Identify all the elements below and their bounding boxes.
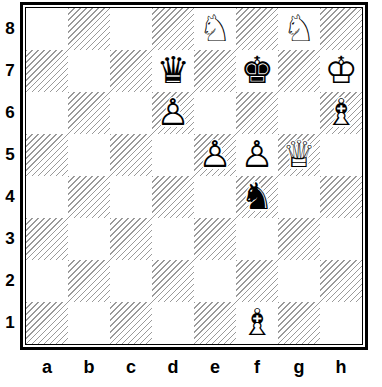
white-queen-glyph: ♕ — [278, 134, 320, 176]
black-king-glyph: ♚ — [236, 50, 278, 92]
square-a7[interactable] — [26, 50, 68, 92]
square-e2[interactable] — [194, 260, 236, 302]
square-g2[interactable] — [278, 260, 320, 302]
square-g6[interactable] — [278, 92, 320, 134]
square-c1[interactable] — [110, 302, 152, 344]
rank-label-4: 4 — [0, 176, 20, 218]
square-d6[interactable]: ♟♙ — [152, 92, 194, 134]
square-d1[interactable] — [152, 302, 194, 344]
square-h3[interactable] — [320, 218, 362, 260]
rank-label-2: 2 — [0, 260, 20, 302]
square-h6[interactable]: ♝♗ — [320, 92, 362, 134]
square-h2[interactable] — [320, 260, 362, 302]
square-g5[interactable]: ♛♕ — [278, 134, 320, 176]
square-b4[interactable] — [68, 176, 110, 218]
white-knight-piece[interactable]: ♞♘ — [278, 8, 320, 50]
square-a3[interactable] — [26, 218, 68, 260]
square-d7[interactable]: ♛♛ — [152, 50, 194, 92]
rank-label-7: 7 — [0, 50, 20, 92]
white-pawn-glyph: ♙ — [194, 134, 236, 176]
square-e1[interactable] — [194, 302, 236, 344]
white-king-piece[interactable]: ♚♔ — [320, 50, 362, 92]
square-d4[interactable] — [152, 176, 194, 218]
square-c3[interactable] — [110, 218, 152, 260]
square-e5[interactable]: ♟♙ — [194, 134, 236, 176]
white-pawn-piece[interactable]: ♟♙ — [194, 134, 236, 176]
square-c4[interactable] — [110, 176, 152, 218]
file-label-f: f — [236, 352, 278, 382]
black-queen-glyph: ♛ — [152, 50, 194, 92]
square-g1[interactable] — [278, 302, 320, 344]
black-knight-piece[interactable]: ♞♞ — [236, 176, 278, 218]
file-label-d: d — [152, 352, 194, 382]
white-knight-piece[interactable]: ♞♘ — [194, 8, 236, 50]
square-f7[interactable]: ♚♚ — [236, 50, 278, 92]
square-f4[interactable]: ♞♞ — [236, 176, 278, 218]
square-c6[interactable] — [110, 92, 152, 134]
square-e7[interactable] — [194, 50, 236, 92]
square-f8[interactable] — [236, 8, 278, 50]
square-c7[interactable] — [110, 50, 152, 92]
chess-board: ♞♘♞♘♛♛♚♚♚♔♟♙♝♗♟♙♟♙♛♕♞♞♝♗ — [25, 7, 363, 345]
rank-label-6: 6 — [0, 92, 20, 134]
square-a4[interactable] — [26, 176, 68, 218]
white-pawn-piece[interactable]: ♟♙ — [236, 134, 278, 176]
white-king-glyph: ♔ — [320, 50, 362, 92]
square-b5[interactable] — [68, 134, 110, 176]
square-h5[interactable] — [320, 134, 362, 176]
square-e4[interactable] — [194, 176, 236, 218]
white-bishop-glyph: ♗ — [320, 92, 362, 134]
square-a6[interactable] — [26, 92, 68, 134]
square-f5[interactable]: ♟♙ — [236, 134, 278, 176]
file-labels: abcdefgh — [26, 352, 362, 382]
square-f6[interactable] — [236, 92, 278, 134]
square-e6[interactable] — [194, 92, 236, 134]
square-b6[interactable] — [68, 92, 110, 134]
square-a2[interactable] — [26, 260, 68, 302]
square-a1[interactable] — [26, 302, 68, 344]
square-d5[interactable] — [152, 134, 194, 176]
square-b2[interactable] — [68, 260, 110, 302]
square-g7[interactable] — [278, 50, 320, 92]
rank-label-5: 5 — [0, 134, 20, 176]
chess-board-frame: ♞♘♞♘♛♛♚♚♚♔♟♙♝♗♟♙♟♙♛♕♞♞♝♗ — [20, 2, 368, 350]
file-label-h: h — [320, 352, 362, 382]
square-h7[interactable]: ♚♔ — [320, 50, 362, 92]
square-h4[interactable] — [320, 176, 362, 218]
file-label-g: g — [278, 352, 320, 382]
rank-label-8: 8 — [0, 8, 20, 50]
square-e8[interactable]: ♞♘ — [194, 8, 236, 50]
white-bishop-glyph: ♗ — [236, 302, 278, 344]
rank-label-1: 1 — [0, 302, 20, 344]
white-queen-piece[interactable]: ♛♕ — [278, 134, 320, 176]
square-b1[interactable] — [68, 302, 110, 344]
file-label-b: b — [68, 352, 110, 382]
white-pawn-piece[interactable]: ♟♙ — [152, 92, 194, 134]
square-g8[interactable]: ♞♘ — [278, 8, 320, 50]
black-knight-glyph: ♞ — [236, 176, 278, 218]
file-label-a: a — [26, 352, 68, 382]
white-bishop-piece[interactable]: ♝♗ — [236, 302, 278, 344]
square-f1[interactable]: ♝♗ — [236, 302, 278, 344]
white-knight-glyph: ♘ — [194, 8, 236, 50]
square-d3[interactable] — [152, 218, 194, 260]
square-g4[interactable] — [278, 176, 320, 218]
square-a5[interactable] — [26, 134, 68, 176]
file-label-e: e — [194, 352, 236, 382]
square-h8[interactable] — [320, 8, 362, 50]
square-b8[interactable] — [68, 8, 110, 50]
rank-label-3: 3 — [0, 218, 20, 260]
white-knight-glyph: ♘ — [278, 8, 320, 50]
black-queen-piece[interactable]: ♛♛ — [152, 50, 194, 92]
square-b3[interactable] — [68, 218, 110, 260]
square-d8[interactable] — [152, 8, 194, 50]
square-d2[interactable] — [152, 260, 194, 302]
square-h1[interactable] — [320, 302, 362, 344]
square-e3[interactable] — [194, 218, 236, 260]
white-bishop-piece[interactable]: ♝♗ — [320, 92, 362, 134]
square-c5[interactable] — [110, 134, 152, 176]
white-pawn-glyph: ♙ — [236, 134, 278, 176]
square-c2[interactable] — [110, 260, 152, 302]
white-pawn-glyph: ♙ — [152, 92, 194, 134]
square-a8[interactable] — [26, 8, 68, 50]
square-f2[interactable] — [236, 260, 278, 302]
square-f3[interactable] — [236, 218, 278, 260]
square-g3[interactable] — [278, 218, 320, 260]
rank-labels: 87654321 — [0, 8, 20, 344]
square-c8[interactable] — [110, 8, 152, 50]
square-b7[interactable] — [68, 50, 110, 92]
black-king-piece[interactable]: ♚♚ — [236, 50, 278, 92]
file-label-c: c — [110, 352, 152, 382]
chess-diagram: 87654321 ♞♘♞♘♛♛♚♚♚♔♟♙♝♗♟♙♟♙♛♕♞♞♝♗ abcdef… — [0, 0, 382, 387]
